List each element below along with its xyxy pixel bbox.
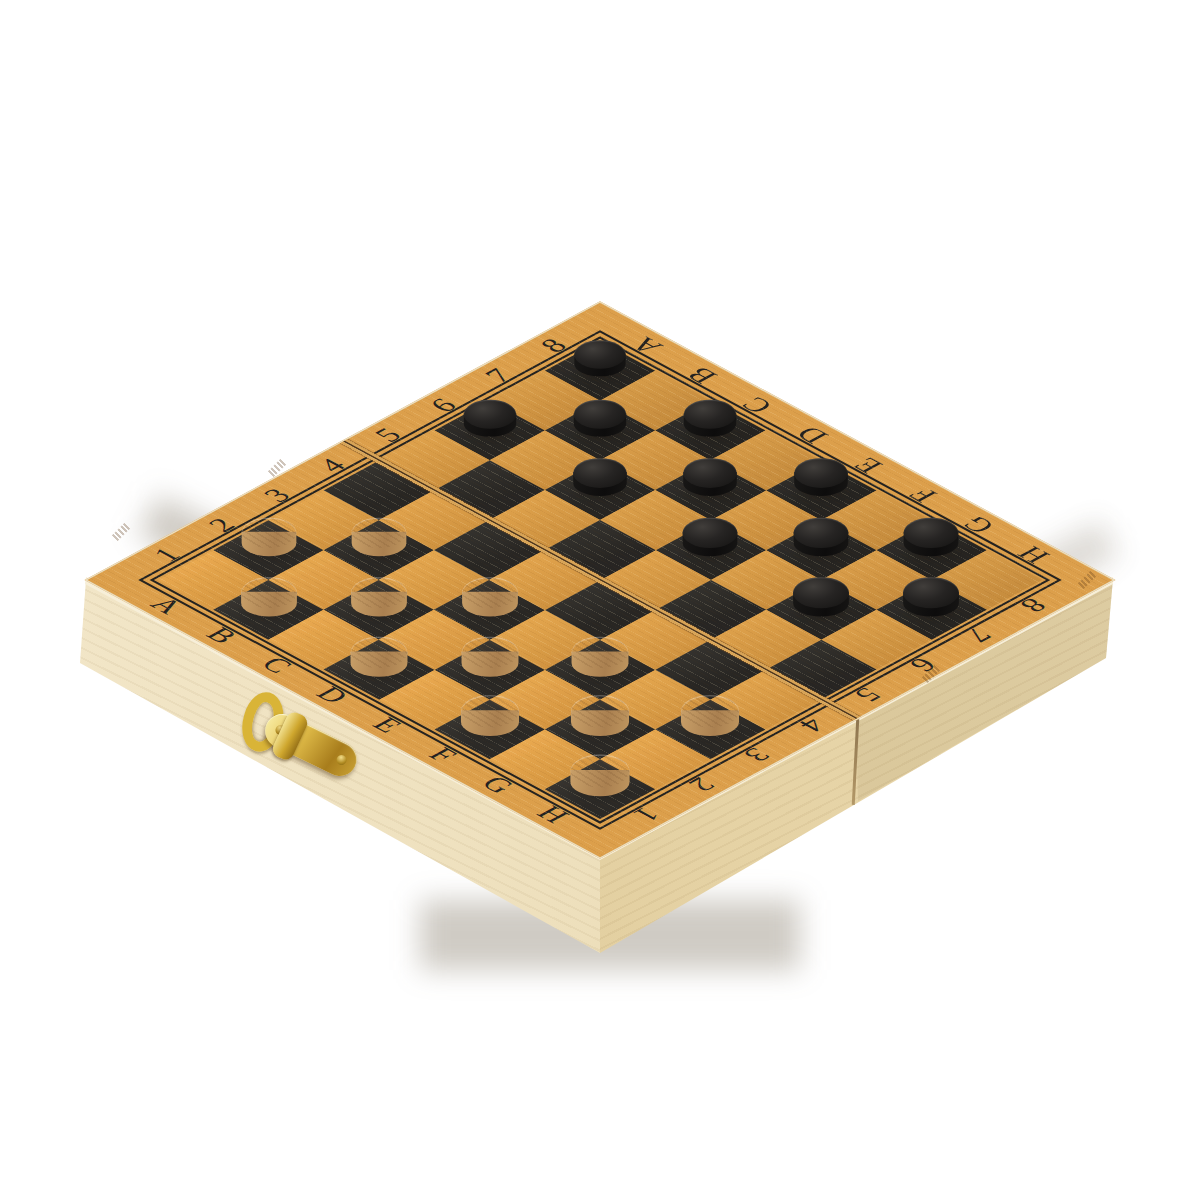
checker-H3-light[interactable] bbox=[681, 696, 739, 750]
checker-A8-black[interactable] bbox=[574, 340, 625, 388]
checker-G6-black[interactable] bbox=[793, 577, 849, 629]
checker-C8-black[interactable] bbox=[684, 399, 736, 448]
checker-top bbox=[794, 518, 849, 548]
checker-A2-light[interactable] bbox=[241, 518, 296, 569]
checker-G2-light[interactable] bbox=[571, 696, 629, 750]
checker-B3-light[interactable] bbox=[352, 518, 407, 569]
checker-E6-black[interactable] bbox=[683, 518, 738, 569]
checker-top bbox=[904, 577, 960, 608]
checker-top bbox=[684, 399, 736, 428]
checker-top bbox=[572, 636, 629, 668]
checker-top bbox=[570, 755, 629, 788]
checker-H7-black[interactable] bbox=[904, 577, 960, 629]
checker-top bbox=[461, 636, 518, 668]
screw-icon bbox=[335, 753, 348, 766]
checker-F3-light[interactable] bbox=[572, 636, 629, 689]
checker-top bbox=[241, 518, 296, 548]
checker-H1-light[interactable] bbox=[570, 755, 629, 810]
checker-C2-light[interactable] bbox=[351, 577, 407, 629]
checker-A6-black[interactable] bbox=[463, 399, 515, 448]
checker-B1-light[interactable] bbox=[241, 577, 297, 629]
checker-F7-black[interactable] bbox=[794, 518, 849, 569]
checker-top bbox=[462, 577, 518, 608]
product-photo-stage: AABBCCDDEEFFGGHH8877665544332211 bbox=[0, 0, 1200, 1200]
checker-top bbox=[352, 518, 407, 548]
checker-top bbox=[574, 340, 625, 369]
checker-E8-black[interactable] bbox=[794, 459, 848, 509]
checker-D3-light[interactable] bbox=[462, 577, 518, 629]
checker-top bbox=[241, 577, 297, 608]
checker-F1-light[interactable] bbox=[460, 696, 518, 750]
wood-stamp-mark bbox=[112, 523, 130, 541]
checker-top bbox=[351, 577, 407, 608]
checker-C6-black[interactable] bbox=[573, 459, 627, 509]
checker-top bbox=[793, 577, 849, 608]
checker-E2-light[interactable] bbox=[461, 636, 518, 689]
checker-top bbox=[460, 696, 518, 728]
checker-top bbox=[463, 399, 515, 428]
checker-top bbox=[351, 636, 408, 668]
checker-D7-black[interactable] bbox=[684, 459, 738, 509]
checker-D1-light[interactable] bbox=[351, 636, 408, 689]
checker-B7-black[interactable] bbox=[574, 399, 626, 448]
checker-top bbox=[574, 399, 626, 428]
checker-G8-black[interactable] bbox=[904, 518, 959, 569]
